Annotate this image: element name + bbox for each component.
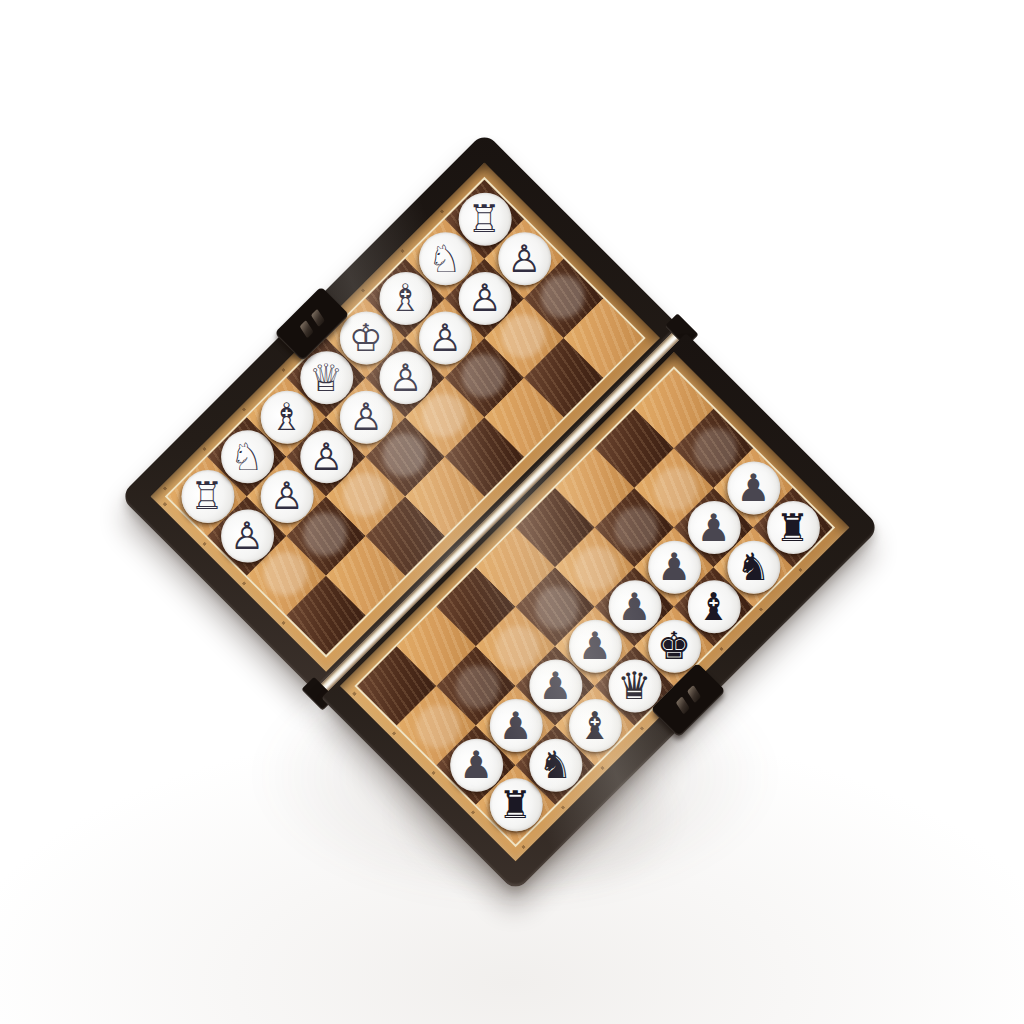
piece-glyph: ♜ (499, 786, 533, 824)
piece-glyph: ♞ (736, 548, 770, 586)
piece-glyph: ♙ (467, 279, 501, 317)
piece-glyph: ♗ (388, 279, 422, 317)
piece-glyph: ♙ (230, 517, 264, 555)
piece-glyph: ♘ (230, 438, 264, 476)
piece-glyph: ♜ (776, 509, 810, 547)
piece-glyph: ♖ (467, 200, 501, 238)
piece-glyph: ♙ (428, 319, 462, 357)
piece-glyph: ♗ (269, 398, 303, 436)
piece-glyph: ♛ (617, 667, 651, 705)
piece-glyph: ♔ (349, 319, 383, 357)
product-photo-scene: ♖♘♗♕♔♗♘♖♙♙♙♙♙♙♙♙ ♟♟♟♟♟♟♟♟♜♞♝♛♚♝♞♜ (0, 0, 1024, 1024)
piece-glyph: ♕ (309, 359, 343, 397)
piece-glyph: ♙ (349, 398, 383, 436)
piece-glyph: ♞ (538, 746, 572, 784)
piece-glyph: ♙ (309, 438, 343, 476)
piece-glyph: ♘ (428, 240, 462, 278)
piece-glyph: ♙ (507, 240, 541, 278)
clasp-notch (675, 697, 689, 715)
clasp-notch (310, 309, 324, 327)
piece-glyph: ♝ (578, 707, 612, 745)
piece-glyph: ♝ (697, 588, 731, 626)
piece-glyph: ♖ (190, 477, 224, 515)
piece-glyph: ♙ (388, 359, 422, 397)
clasp-notch (687, 685, 701, 703)
piece-glyph: ♙ (269, 477, 303, 515)
piece-glyph: ♚ (657, 627, 691, 665)
clasp-notch (299, 320, 313, 338)
